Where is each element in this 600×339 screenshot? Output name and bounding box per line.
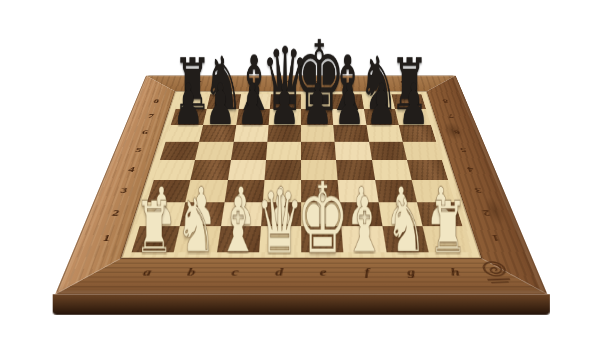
white-king-e1[interactable]: ♚: [290, 170, 354, 248]
square-f5[interactable]: [335, 142, 372, 160]
square-e6[interactable]: [301, 125, 335, 142]
square-d7[interactable]: [268, 109, 301, 125]
square-c7[interactable]: [236, 109, 270, 125]
square-e5[interactable]: [301, 142, 336, 160]
square-g8[interactable]: [361, 94, 395, 109]
square-d5[interactable]: [266, 142, 301, 160]
square-h7[interactable]: [395, 109, 431, 125]
square-a5[interactable]: [160, 142, 199, 160]
square-f6[interactable]: [333, 125, 368, 142]
chess-board: aabbccddeeffgghh1122334455667788♜♞♝♛♚♝♞♜…: [55, 76, 547, 295]
square-a7[interactable]: [171, 109, 207, 125]
board-side-face: [53, 294, 550, 315]
chessboard-photo-stage: aabbccddeeffgghh1122334455667788♜♞♝♛♚♝♞♜…: [0, 0, 600, 339]
square-a8[interactable]: [176, 94, 211, 109]
square-b6[interactable]: [199, 125, 235, 142]
square-a6[interactable]: [166, 125, 204, 142]
square-b7[interactable]: [203, 109, 238, 125]
square-d8[interactable]: [270, 94, 301, 109]
board-frame-bottom: [55, 258, 547, 294]
square-g5[interactable]: [369, 142, 407, 160]
square-d6[interactable]: [267, 125, 301, 142]
square-h8[interactable]: [391, 94, 426, 109]
square-h6[interactable]: [398, 125, 436, 142]
white-rook-h1[interactable]: ♜: [416, 191, 480, 248]
square-f8[interactable]: [331, 94, 363, 109]
square-e8[interactable]: [301, 94, 332, 109]
square-c6[interactable]: [233, 125, 268, 142]
square-g6[interactable]: [366, 125, 402, 142]
square-g7[interactable]: [363, 109, 398, 125]
square-b8[interactable]: [207, 94, 241, 109]
square-f7[interactable]: [332, 109, 366, 125]
square-c5[interactable]: [231, 142, 268, 160]
square-h5[interactable]: [402, 142, 442, 160]
square-e7[interactable]: [301, 109, 334, 125]
square-b5[interactable]: [195, 142, 233, 160]
square-c8[interactable]: [238, 94, 270, 109]
white-rook-a1[interactable]: ♜: [122, 191, 186, 248]
